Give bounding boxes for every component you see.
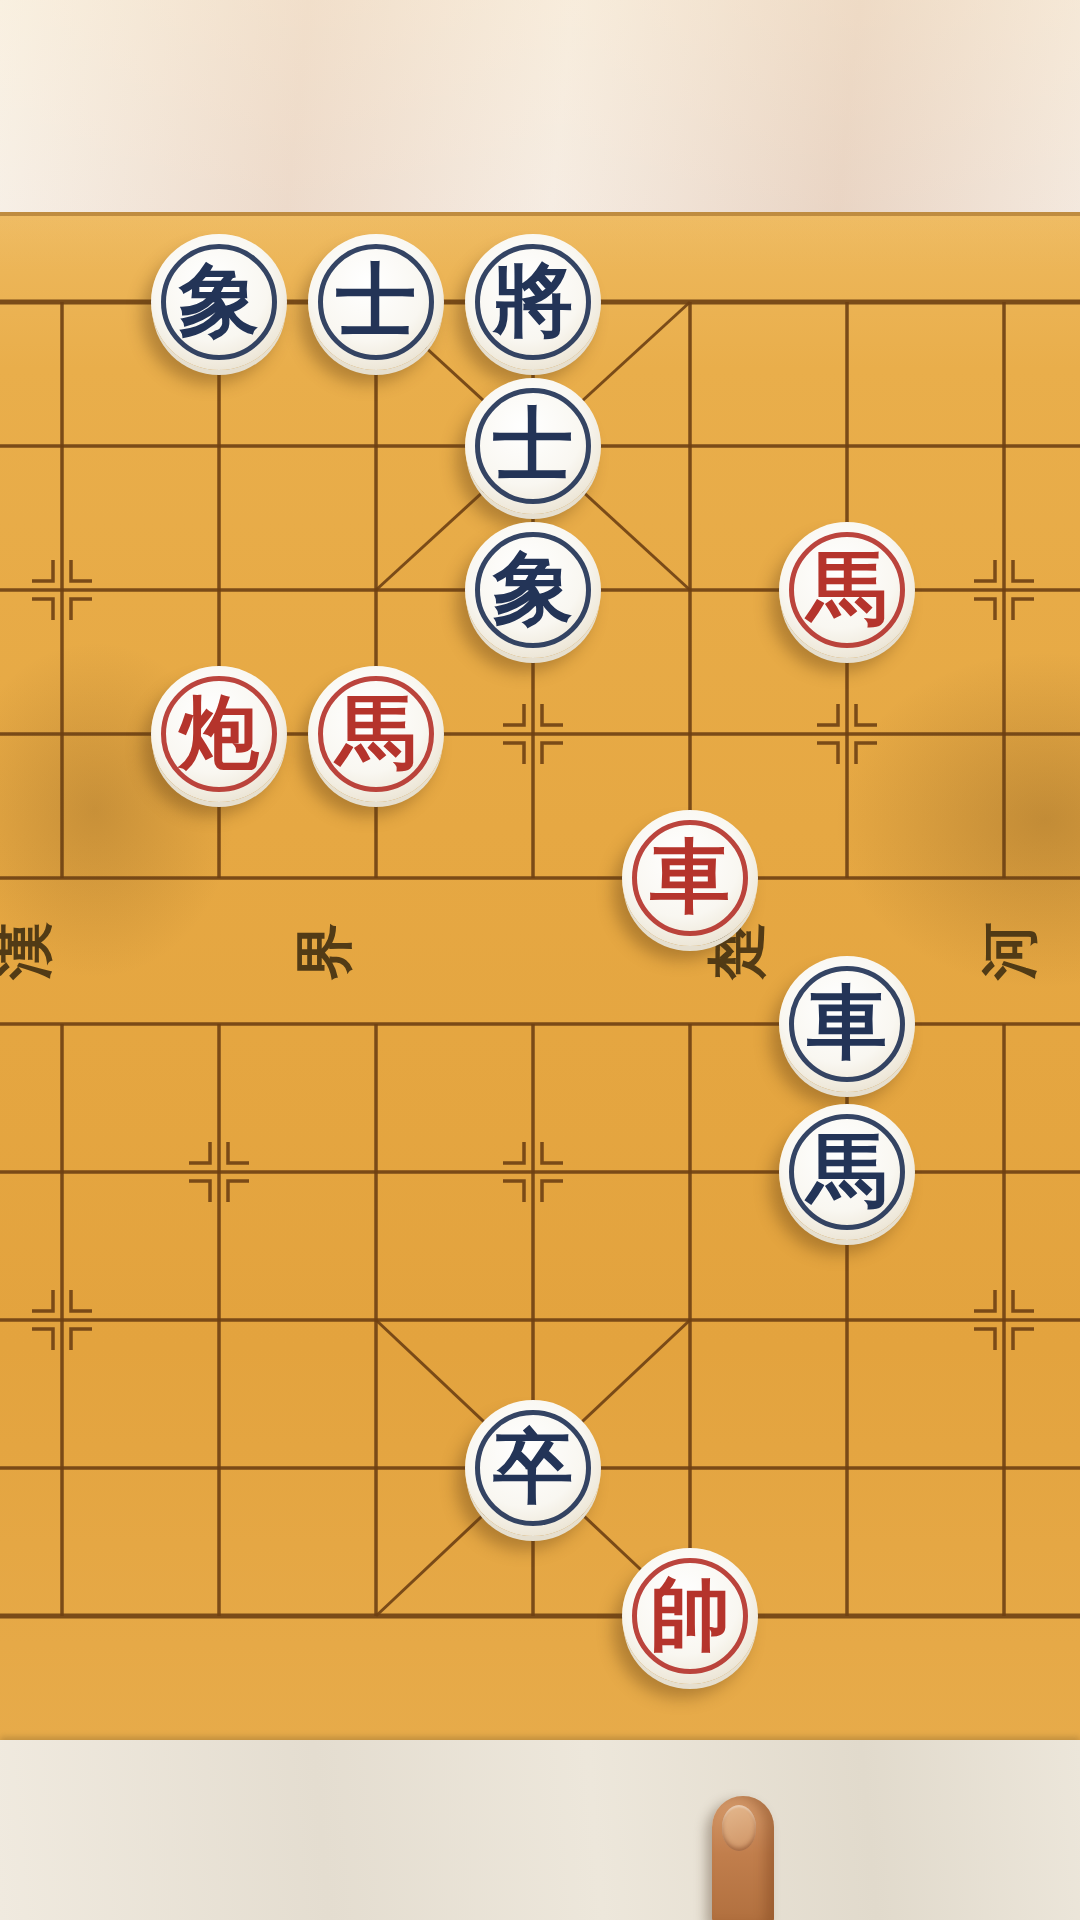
piece-red-cannon[interactable]: 炮: [151, 666, 287, 802]
piece-ring: [632, 820, 748, 936]
piece-ring: [318, 244, 434, 360]
piece-ring: [161, 244, 277, 360]
piece-black-general[interactable]: 將: [465, 234, 601, 370]
river-character: 界: [286, 922, 364, 980]
piece-ring: [632, 1558, 748, 1674]
piece-red-horse[interactable]: 馬: [779, 522, 915, 658]
piece-black-elephant[interactable]: 象: [151, 234, 287, 370]
piece-ring: [475, 532, 591, 648]
fingernail: [722, 1805, 756, 1851]
piece-red-general[interactable]: 帥: [622, 1548, 758, 1684]
piece-black-soldier[interactable]: 卒: [465, 1400, 601, 1536]
river-character: 河: [971, 922, 1049, 980]
fingertip: [712, 1796, 774, 1920]
river-character: 漢: [0, 922, 64, 980]
marble-table-bottom: [0, 1740, 1080, 1920]
piece-ring: [789, 532, 905, 648]
piece-red-chariot[interactable]: 車: [622, 810, 758, 946]
piece-ring: [318, 676, 434, 792]
piece-ring: [475, 1410, 591, 1526]
piece-ring: [789, 1114, 905, 1230]
piece-ring: [475, 388, 591, 504]
piece-black-advisor[interactable]: 士: [308, 234, 444, 370]
piece-black-horse[interactable]: 馬: [779, 1104, 915, 1240]
piece-black-chariot[interactable]: 車: [779, 956, 915, 1092]
piece-black-advisor[interactable]: 士: [465, 378, 601, 514]
piece-black-elephant[interactable]: 象: [465, 522, 601, 658]
piece-ring: [475, 244, 591, 360]
piece-ring: [789, 966, 905, 1082]
piece-ring: [161, 676, 277, 792]
piece-red-horse[interactable]: 馬: [308, 666, 444, 802]
photo-scene: 漢界楚河 象士將士象馬炮馬車車馬卒帥: [0, 0, 1080, 1920]
